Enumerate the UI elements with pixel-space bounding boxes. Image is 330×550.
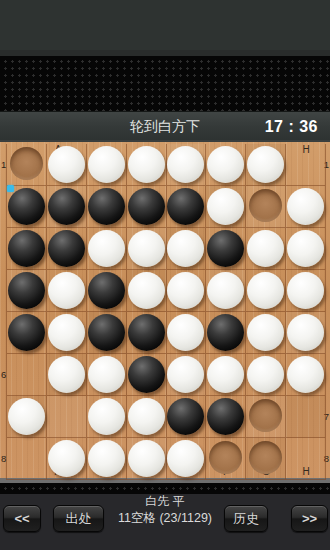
white-stone [207, 272, 244, 309]
black-stone [207, 314, 244, 351]
white-stone [88, 230, 125, 267]
cell-C4[interactable] [87, 270, 127, 312]
cell-F7[interactable] [206, 396, 246, 438]
white-stone [167, 230, 204, 267]
black-stone [8, 314, 45, 351]
black-stone [167, 398, 204, 435]
cell-H5[interactable] [286, 312, 326, 354]
board-grid [6, 144, 326, 480]
white-stone [287, 188, 324, 225]
cell-A4[interactable] [7, 270, 47, 312]
white-stone [287, 314, 324, 351]
cell-B5[interactable] [47, 312, 87, 354]
cell-E4[interactable] [167, 270, 207, 312]
white-stone [287, 272, 324, 309]
cell-C3[interactable] [87, 228, 127, 270]
white-stone [8, 398, 45, 435]
black-stone [88, 188, 125, 225]
black-stone [207, 230, 244, 267]
white-stone [88, 146, 125, 183]
cell-C5[interactable] [87, 312, 127, 354]
bottom-toolbar: << 出处 白先 平 11空格 (23/1129) 历史 >> [0, 494, 330, 550]
cell-E5[interactable] [167, 312, 207, 354]
white-stone [48, 440, 85, 477]
white-stone [128, 230, 165, 267]
white-stone [207, 146, 244, 183]
cell-A3[interactable] [7, 228, 47, 270]
white-stone [247, 272, 284, 309]
cell-B7[interactable] [47, 396, 87, 438]
cell-D4[interactable] [127, 270, 167, 312]
android-status-bar [0, 0, 330, 50]
legal-move-hint [209, 441, 242, 474]
white-stone [48, 356, 85, 393]
top-toolbar: 回顾 复位 设置 退一步 进一步 [0, 56, 330, 111]
cell-F3[interactable] [206, 228, 246, 270]
cell-H7[interactable] [286, 396, 326, 438]
cell-H2[interactable] [286, 186, 326, 228]
cell-B8[interactable] [47, 438, 87, 480]
cell-E7[interactable] [167, 396, 207, 438]
white-stone [88, 398, 125, 435]
cell-H6[interactable] [286, 354, 326, 396]
cell-D5[interactable] [127, 312, 167, 354]
legal-move-hint [249, 441, 282, 474]
legal-move-hint [249, 189, 282, 222]
cell-B1[interactable] [47, 144, 87, 186]
white-stone [128, 398, 165, 435]
white-stone [207, 188, 244, 225]
cell-C6[interactable] [87, 354, 127, 396]
game-timer: 17 : 36 [265, 112, 318, 141]
black-stone [48, 230, 85, 267]
white-stone [88, 356, 125, 393]
prev-game-button[interactable]: << [3, 505, 41, 532]
white-stone [128, 146, 165, 183]
black-stone [88, 272, 125, 309]
legal-move-hint [10, 147, 43, 180]
cell-A2[interactable] [7, 186, 47, 228]
cell-H4[interactable] [286, 270, 326, 312]
turn-status-bar: 轮到白方下 17 : 36 [0, 111, 330, 140]
next-game-button[interactable]: >> [291, 505, 328, 532]
cell-C7[interactable] [87, 396, 127, 438]
cell-E6[interactable] [167, 354, 207, 396]
black-stone [128, 314, 165, 351]
white-stone [247, 314, 284, 351]
black-stone [128, 188, 165, 225]
black-stone [48, 188, 85, 225]
cell-B3[interactable] [47, 228, 87, 270]
cell-D3[interactable] [127, 228, 167, 270]
cell-H1[interactable] [286, 144, 326, 186]
cell-D1[interactable] [127, 144, 167, 186]
cell-G4[interactable] [246, 270, 286, 312]
white-stone [128, 272, 165, 309]
black-stone [8, 188, 45, 225]
white-stone [287, 230, 324, 267]
cell-F4[interactable] [206, 270, 246, 312]
white-stone [287, 356, 324, 393]
last-move-marker [7, 185, 14, 192]
white-stone [48, 314, 85, 351]
cell-D7[interactable] [127, 396, 167, 438]
cell-H8[interactable] [286, 438, 326, 480]
black-stone [88, 314, 125, 351]
cell-G6[interactable] [246, 354, 286, 396]
cell-B4[interactable] [47, 270, 87, 312]
cell-G5[interactable] [246, 312, 286, 354]
cell-F5[interactable] [206, 312, 246, 354]
black-stone [128, 356, 165, 393]
game-result-text: 白先 平 [100, 494, 230, 508]
cell-F1[interactable] [206, 144, 246, 186]
cell-D6[interactable] [127, 354, 167, 396]
cell-G2[interactable] [246, 186, 286, 228]
white-stone [207, 356, 244, 393]
bottom-texture-strip [0, 483, 330, 494]
cell-G1[interactable] [246, 144, 286, 186]
white-stone [167, 272, 204, 309]
white-stone [167, 146, 204, 183]
cell-A1[interactable] [7, 144, 47, 186]
black-stone [167, 188, 204, 225]
cell-C2[interactable] [87, 186, 127, 228]
white-stone [167, 314, 204, 351]
black-stone [8, 272, 45, 309]
white-stone [247, 146, 284, 183]
game-info: 白先 平 11空格 (23/1129) [100, 494, 230, 550]
white-stone [128, 440, 165, 477]
black-stone [8, 230, 45, 267]
white-stone [167, 440, 204, 477]
cell-G7[interactable] [246, 396, 286, 438]
cell-G3[interactable] [246, 228, 286, 270]
cell-F8[interactable] [206, 438, 246, 480]
cell-D8[interactable] [127, 438, 167, 480]
white-stone [247, 230, 284, 267]
cell-E2[interactable] [167, 186, 207, 228]
cell-C1[interactable] [87, 144, 127, 186]
cell-A6[interactable] [7, 354, 47, 396]
app-screen: 回顾 复位 设置 退一步 进一步 轮到白方下 17 : 36 AHAFGH168… [0, 0, 330, 550]
cell-E8[interactable] [167, 438, 207, 480]
cell-E3[interactable] [167, 228, 207, 270]
cell-A7[interactable] [7, 396, 47, 438]
game-progress-text: 11空格 (23/1129) [100, 511, 230, 525]
cell-A8[interactable] [7, 438, 47, 480]
source-button[interactable]: 出处 [53, 505, 104, 532]
cell-F2[interactable] [206, 186, 246, 228]
cell-B2[interactable] [47, 186, 87, 228]
cell-E1[interactable] [167, 144, 207, 186]
black-stone [207, 398, 244, 435]
cell-B6[interactable] [47, 354, 87, 396]
cell-F6[interactable] [206, 354, 246, 396]
othello-board: AHAFGH168178 [0, 140, 330, 478]
white-stone [48, 272, 85, 309]
white-stone [247, 356, 284, 393]
cell-C8[interactable] [87, 438, 127, 480]
history-button[interactable]: 历史 [224, 505, 268, 532]
cell-G8[interactable] [246, 438, 286, 480]
white-stone [88, 440, 125, 477]
cell-A5[interactable] [7, 312, 47, 354]
cell-D2[interactable] [127, 186, 167, 228]
white-stone [48, 146, 85, 183]
legal-move-hint [249, 399, 282, 432]
cell-H3[interactable] [286, 228, 326, 270]
white-stone [167, 356, 204, 393]
